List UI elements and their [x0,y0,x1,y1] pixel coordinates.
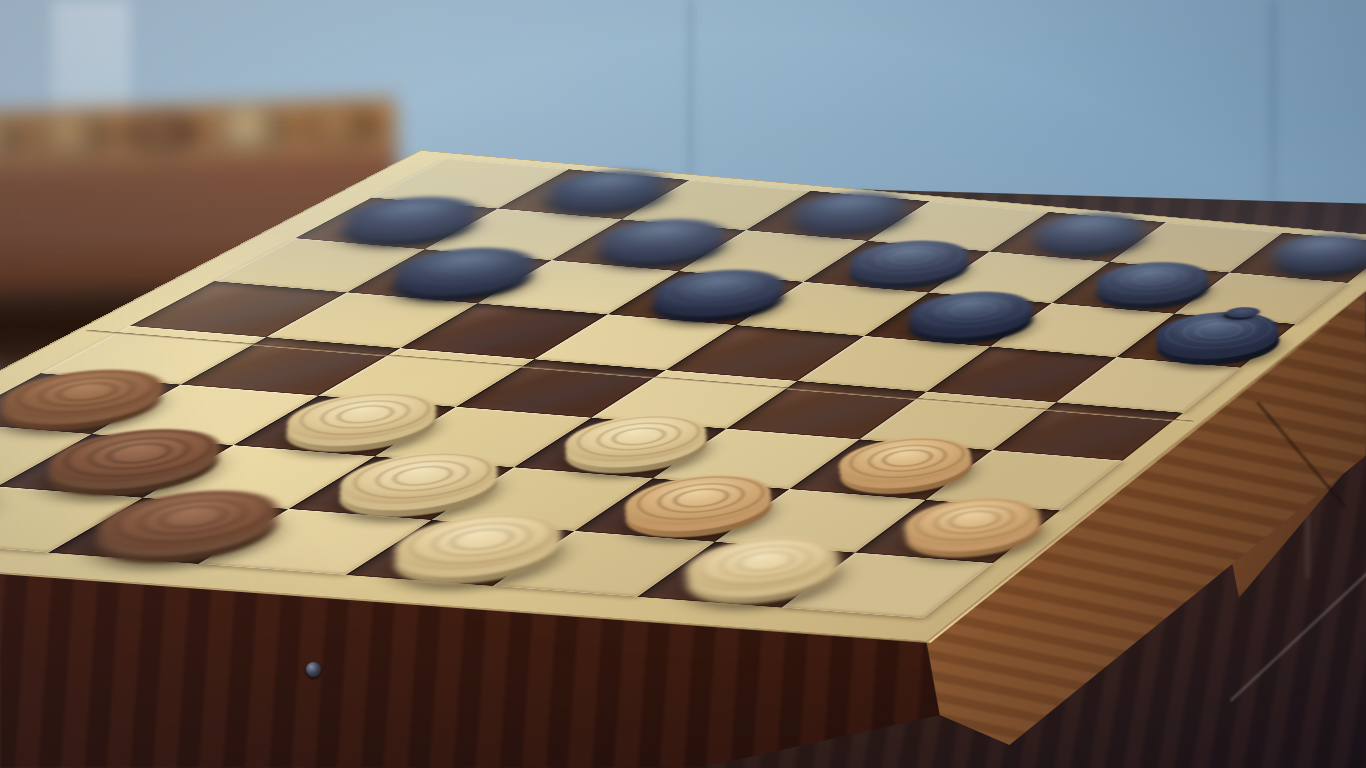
piece-body [815,434,992,487]
piece-rim [0,469,24,541]
piece-body [0,461,25,532]
piece-body [1136,308,1298,357]
scene-checkers-photo [0,0,1366,768]
checker-piece-black[interactable] [761,189,926,234]
checker-piece-white[interactable] [864,495,1064,557]
checker-piece-white[interactable] [239,390,465,452]
checker-piece-black[interactable] [352,245,560,300]
piece-body [321,193,500,239]
background-board-piece [0,117,22,162]
checker-piece-black[interactable] [305,194,503,245]
checker-piece-white[interactable] [521,413,733,473]
background-board-piece [34,114,111,159]
checker-piece-black[interactable] [1245,232,1366,276]
piece-top [0,365,192,423]
checker-piece-white[interactable] [342,511,593,583]
checker-piece-white[interactable] [580,473,799,537]
piece-body [630,265,807,314]
piece-body [16,424,250,488]
piece-body [363,509,589,575]
piece-body [887,287,1053,335]
checker-piece-black[interactable] [1064,260,1229,308]
screw-icon [306,662,321,677]
piece-body [829,237,988,282]
piece-body [577,215,745,260]
checker-piece-black[interactable] [512,168,688,214]
checker-piece-white[interactable] [799,435,995,494]
piece-body [0,365,192,423]
background-board-piece [212,108,289,153]
checker-piece-black[interactable] [562,216,748,266]
piece-body [527,166,686,208]
piece-body [774,188,923,229]
piece-body [658,533,864,596]
checker-piece-white[interactable] [0,367,194,431]
background-board-piece [123,111,200,156]
background-board-piece [302,105,379,150]
piece-top [0,461,25,532]
checker-piece-black[interactable] [815,238,991,287]
checker-piece-black[interactable] [1122,310,1301,364]
piece-body [1256,231,1366,271]
checker-piece-black[interactable] [872,289,1055,342]
piece-body [597,471,795,530]
piece-body [1016,209,1159,250]
checker-piece-white[interactable] [290,450,528,517]
piece-body [369,243,557,293]
piece-body [1076,258,1225,302]
piece-body [539,411,730,466]
checker-piece-white[interactable] [639,535,867,604]
checker-piece-white[interactable] [0,426,253,496]
piece-body [258,388,463,444]
piece-side [0,476,22,548]
checker-piece-black[interactable] [614,267,809,321]
checker-piece-white[interactable] [40,488,312,563]
checker-piece-black[interactable] [1004,211,1162,256]
piece-body [880,494,1061,550]
piece-body [309,447,524,508]
